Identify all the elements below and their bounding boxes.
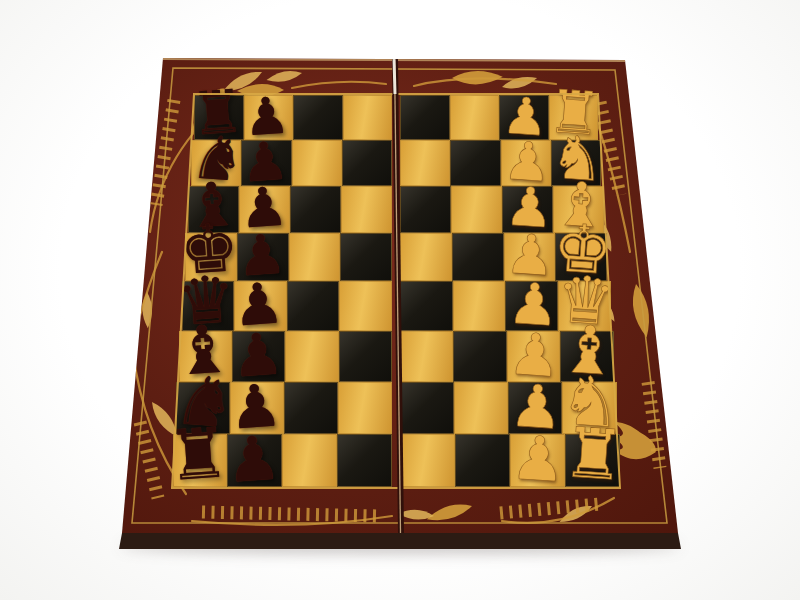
square-b6[interactable] [284,382,338,434]
square-f3[interactable] [451,186,502,233]
fold-gap [392,186,400,233]
square-g6[interactable] [292,140,342,186]
photo-background: ♜♟♟♜♞♟♟♞♝♟♟♝♚♟♟♚♛♟♟♛♝♟♟♝♞♟♟♞♜♟♟♜ [0,0,800,600]
board-row: ♜♟♟♜ [173,434,620,487]
square-b3[interactable] [454,382,508,434]
fold-gap [392,281,400,331]
square-a8[interactable]: ♜ [173,434,228,487]
square-c5[interactable] [339,331,392,382]
square-a5[interactable] [337,434,392,487]
square-c4[interactable] [400,331,453,382]
square-f5[interactable] [341,186,392,233]
square-a4[interactable] [400,434,455,487]
piece-black-rook[interactable]: ♜ [165,418,232,491]
fold-gap [392,140,400,186]
square-d5[interactable] [339,281,392,331]
square-b5[interactable] [338,382,392,434]
fold-gap [392,434,400,487]
piece-white-rook[interactable]: ♜ [561,418,628,491]
square-h3[interactable] [450,95,500,140]
square-e4[interactable] [400,233,452,281]
square-g5[interactable] [342,140,392,186]
square-f4[interactable] [400,186,451,233]
square-h6[interactable] [293,95,343,140]
piece-white-pawn[interactable]: ♟ [509,426,568,491]
square-d6[interactable] [287,281,340,331]
square-e5[interactable] [340,233,392,281]
square-c6[interactable] [285,331,338,382]
fold-gap [392,382,400,434]
playing-field: ♜♟♟♜♞♟♟♞♝♟♟♝♚♟♟♚♛♟♟♛♝♟♟♝♞♟♟♞♜♟♟♜ [168,95,624,487]
square-e3[interactable] [452,233,504,281]
square-d4[interactable] [400,281,453,331]
square-a3[interactable] [455,434,510,487]
square-e6[interactable] [289,233,341,281]
square-g4[interactable] [400,140,450,186]
square-f6[interactable] [290,186,341,233]
square-d3[interactable] [453,281,506,331]
fold-gap [392,95,400,140]
square-a1[interactable]: ♜ [565,434,620,487]
fold-gap [392,233,400,281]
square-a2[interactable]: ♟ [510,434,565,487]
square-b4[interactable] [400,382,454,434]
square-c3[interactable] [453,331,506,382]
piece-black-pawn[interactable]: ♟ [224,426,283,491]
square-a7[interactable]: ♟ [227,434,282,487]
square-a6[interactable] [282,434,337,487]
chess-board: ♜♟♟♜♞♟♟♞♝♟♟♝♚♟♟♚♛♟♟♛♝♟♟♝♞♟♟♞♜♟♟♜ [0,0,800,600]
square-h5[interactable] [343,95,393,140]
square-h4[interactable] [400,95,450,140]
square-g3[interactable] [450,140,500,186]
fold-gap [392,331,400,382]
